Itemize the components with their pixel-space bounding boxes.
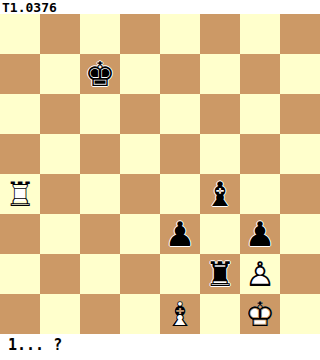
white-king-outline: ♔ (240, 294, 280, 334)
square-h8[interactable] (280, 14, 320, 54)
square-g3[interactable]: ♟ (240, 214, 280, 254)
square-g1[interactable]: ♚♔ (240, 294, 280, 334)
square-c7[interactable]: ♚ (80, 54, 120, 94)
square-f4[interactable]: ♝ (200, 174, 240, 214)
square-a1[interactable] (0, 294, 40, 334)
square-a5[interactable] (0, 134, 40, 174)
square-c2[interactable] (80, 254, 120, 294)
square-h2[interactable] (280, 254, 320, 294)
chess-board: ♚♜♖♝♟♟♜♟♙♝♗♚♔ (0, 14, 320, 334)
white-rook-outline: ♖ (0, 174, 40, 214)
square-c3[interactable] (80, 214, 120, 254)
black-pawn[interactable]: ♟ (240, 214, 280, 254)
square-e7[interactable] (160, 54, 200, 94)
puzzle-id-label: T1.0376 (2, 0, 57, 14)
square-f8[interactable] (200, 14, 240, 54)
square-d6[interactable] (120, 94, 160, 134)
square-b3[interactable] (40, 214, 80, 254)
square-a2[interactable] (0, 254, 40, 294)
black-rook[interactable]: ♜ (200, 254, 240, 294)
square-h7[interactable] (280, 54, 320, 94)
square-b5[interactable] (40, 134, 80, 174)
square-g5[interactable] (240, 134, 280, 174)
black-king[interactable]: ♚ (80, 54, 120, 94)
square-a3[interactable] (0, 214, 40, 254)
square-c5[interactable] (80, 134, 120, 174)
square-a7[interactable] (0, 54, 40, 94)
square-h6[interactable] (280, 94, 320, 134)
square-d8[interactable] (120, 14, 160, 54)
square-d4[interactable] (120, 174, 160, 214)
square-e4[interactable] (160, 174, 200, 214)
square-f5[interactable] (200, 134, 240, 174)
square-g6[interactable] (240, 94, 280, 134)
square-h1[interactable] (280, 294, 320, 334)
square-b8[interactable] (40, 14, 80, 54)
white-bishop-outline: ♗ (160, 294, 200, 334)
square-d2[interactable] (120, 254, 160, 294)
square-c6[interactable] (80, 94, 120, 134)
square-a4[interactable]: ♜♖ (0, 174, 40, 214)
square-e1[interactable]: ♝♗ (160, 294, 200, 334)
square-f1[interactable] (200, 294, 240, 334)
square-f2[interactable]: ♜ (200, 254, 240, 294)
white-king[interactable]: ♚♔ (240, 294, 280, 334)
square-f3[interactable] (200, 214, 240, 254)
black-pawn[interactable]: ♟ (160, 214, 200, 254)
square-a6[interactable] (0, 94, 40, 134)
square-h5[interactable] (280, 134, 320, 174)
square-d7[interactable] (120, 54, 160, 94)
square-e8[interactable] (160, 14, 200, 54)
square-d1[interactable] (120, 294, 160, 334)
square-e5[interactable] (160, 134, 200, 174)
square-e6[interactable] (160, 94, 200, 134)
chess-diagram-page: T1.0376 ♚♜♖♝♟♟♜♟♙♝♗♚♔ 1... ? (0, 0, 320, 360)
square-g2[interactable]: ♟♙ (240, 254, 280, 294)
square-a8[interactable] (0, 14, 40, 54)
white-rook[interactable]: ♜♖ (0, 174, 40, 214)
white-pawn-outline: ♙ (240, 254, 280, 294)
square-g7[interactable] (240, 54, 280, 94)
square-h4[interactable] (280, 174, 320, 214)
square-d3[interactable] (120, 214, 160, 254)
square-b2[interactable] (40, 254, 80, 294)
square-f6[interactable] (200, 94, 240, 134)
square-e2[interactable] (160, 254, 200, 294)
black-bishop[interactable]: ♝ (200, 174, 240, 214)
square-b6[interactable] (40, 94, 80, 134)
square-b1[interactable] (40, 294, 80, 334)
square-c1[interactable] (80, 294, 120, 334)
square-g4[interactable] (240, 174, 280, 214)
white-bishop[interactable]: ♝♗ (160, 294, 200, 334)
square-f7[interactable] (200, 54, 240, 94)
square-c8[interactable] (80, 14, 120, 54)
square-e3[interactable]: ♟ (160, 214, 200, 254)
square-b4[interactable] (40, 174, 80, 214)
white-pawn[interactable]: ♟♙ (240, 254, 280, 294)
square-c4[interactable] (80, 174, 120, 214)
move-prompt-label: 1... ? (8, 336, 62, 354)
square-h3[interactable] (280, 214, 320, 254)
square-g8[interactable] (240, 14, 280, 54)
square-d5[interactable] (120, 134, 160, 174)
square-b7[interactable] (40, 54, 80, 94)
